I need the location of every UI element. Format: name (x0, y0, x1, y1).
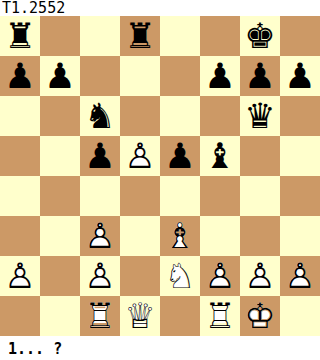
square-d5[interactable]: ♟♙ (120, 136, 160, 176)
square-d7[interactable] (120, 56, 160, 96)
square-e4[interactable] (160, 176, 200, 216)
piece-white-rook: ♜♖ (80, 296, 120, 336)
square-c5[interactable]: ♟ (80, 136, 120, 176)
piece-black-knight: ♞ (80, 96, 120, 136)
piece-black-pawn: ♟ (0, 56, 40, 96)
puzzle-id: T1.2552 (0, 0, 320, 16)
square-d8[interactable]: ♜ (120, 16, 160, 56)
piece-white-pawn: ♟♙ (80, 256, 120, 296)
move-prompt: 1... ? (0, 336, 320, 360)
square-f4[interactable] (200, 176, 240, 216)
square-g7[interactable]: ♟ (240, 56, 280, 96)
square-a1[interactable] (0, 296, 40, 336)
square-d3[interactable] (120, 216, 160, 256)
piece-white-pawn: ♟♙ (280, 256, 320, 296)
piece-black-queen: ♛ (240, 96, 280, 136)
square-f5[interactable]: ♝ (200, 136, 240, 176)
piece-black-pawn: ♟ (160, 136, 200, 176)
square-e7[interactable] (160, 56, 200, 96)
square-d4[interactable] (120, 176, 160, 216)
piece-white-pawn: ♟♙ (120, 136, 160, 176)
piece-white-pawn: ♟♙ (0, 256, 40, 296)
square-e2[interactable]: ♞♘ (160, 256, 200, 296)
piece-black-pawn: ♟ (280, 56, 320, 96)
square-g5[interactable] (240, 136, 280, 176)
square-b1[interactable] (40, 296, 80, 336)
square-b3[interactable] (40, 216, 80, 256)
square-h8[interactable] (280, 16, 320, 56)
square-d2[interactable] (120, 256, 160, 296)
piece-white-knight: ♞♘ (160, 256, 200, 296)
piece-black-pawn: ♟ (80, 136, 120, 176)
square-g4[interactable] (240, 176, 280, 216)
square-f7[interactable]: ♟ (200, 56, 240, 96)
square-h2[interactable]: ♟♙ (280, 256, 320, 296)
piece-white-pawn: ♟♙ (80, 216, 120, 256)
square-d1[interactable]: ♛♕ (120, 296, 160, 336)
piece-black-king: ♚ (240, 16, 280, 56)
square-a5[interactable] (0, 136, 40, 176)
square-f6[interactable] (200, 96, 240, 136)
square-g3[interactable] (240, 216, 280, 256)
piece-black-pawn: ♟ (200, 56, 240, 96)
square-b7[interactable]: ♟ (40, 56, 80, 96)
square-h5[interactable] (280, 136, 320, 176)
square-g2[interactable]: ♟♙ (240, 256, 280, 296)
piece-white-rook: ♜♖ (200, 296, 240, 336)
square-b2[interactable] (40, 256, 80, 296)
square-h3[interactable] (280, 216, 320, 256)
square-a4[interactable] (0, 176, 40, 216)
square-c7[interactable] (80, 56, 120, 96)
square-a7[interactable]: ♟ (0, 56, 40, 96)
square-f3[interactable] (200, 216, 240, 256)
square-b5[interactable] (40, 136, 80, 176)
square-c8[interactable] (80, 16, 120, 56)
square-c6[interactable]: ♞ (80, 96, 120, 136)
square-a6[interactable] (0, 96, 40, 136)
square-g8[interactable]: ♚ (240, 16, 280, 56)
piece-black-rook: ♜ (120, 16, 160, 56)
square-b6[interactable] (40, 96, 80, 136)
square-b8[interactable] (40, 16, 80, 56)
piece-black-bishop: ♝ (200, 136, 240, 176)
square-e1[interactable] (160, 296, 200, 336)
piece-black-pawn: ♟ (240, 56, 280, 96)
square-g6[interactable]: ♛ (240, 96, 280, 136)
square-h1[interactable] (280, 296, 320, 336)
square-c2[interactable]: ♟♙ (80, 256, 120, 296)
chess-board: ♜♜♚♟♟♟♟♟♞♛♟♟♙♟♝♟♙♝♗♟♙♟♙♞♘♟♙♟♙♟♙♜♖♛♕♜♖♚♔ (0, 16, 320, 336)
square-h4[interactable] (280, 176, 320, 216)
piece-white-pawn: ♟♙ (200, 256, 240, 296)
square-d6[interactable] (120, 96, 160, 136)
square-f1[interactable]: ♜♖ (200, 296, 240, 336)
square-a2[interactable]: ♟♙ (0, 256, 40, 296)
square-e6[interactable] (160, 96, 200, 136)
square-f2[interactable]: ♟♙ (200, 256, 240, 296)
piece-white-king: ♚♔ (240, 296, 280, 336)
square-e8[interactable] (160, 16, 200, 56)
piece-white-bishop: ♝♗ (160, 216, 200, 256)
square-e5[interactable]: ♟ (160, 136, 200, 176)
square-g1[interactable]: ♚♔ (240, 296, 280, 336)
square-a8[interactable]: ♜ (0, 16, 40, 56)
square-e3[interactable]: ♝♗ (160, 216, 200, 256)
square-h6[interactable] (280, 96, 320, 136)
piece-black-rook: ♜ (0, 16, 40, 56)
square-a3[interactable] (0, 216, 40, 256)
piece-black-pawn: ♟ (40, 56, 80, 96)
piece-white-pawn: ♟♙ (240, 256, 280, 296)
square-c1[interactable]: ♜♖ (80, 296, 120, 336)
square-h7[interactable]: ♟ (280, 56, 320, 96)
square-c3[interactable]: ♟♙ (80, 216, 120, 256)
square-b4[interactable] (40, 176, 80, 216)
square-f8[interactable] (200, 16, 240, 56)
piece-white-queen: ♛♕ (120, 296, 160, 336)
square-c4[interactable] (80, 176, 120, 216)
